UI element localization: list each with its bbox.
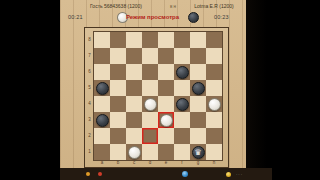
square-h1[interactable] <box>206 144 222 160</box>
review-mode-banner: Режим просмотра <box>124 14 181 20</box>
square-a7[interactable] <box>94 48 110 64</box>
king-crown-icon: ♛ <box>194 147 201 158</box>
checkers-app: Гость 56843638 (1200) в н Lotma E.R (120… <box>60 0 272 180</box>
square-h8[interactable] <box>206 32 222 48</box>
square-c3[interactable] <box>126 112 142 128</box>
player-white-name-text: Гость 56843638 <box>90 3 126 9</box>
square-c5[interactable] <box>126 80 142 96</box>
black-king-g1[interactable]: ♛ <box>192 146 205 159</box>
square-d1[interactable] <box>142 144 158 160</box>
square-f1[interactable] <box>174 144 190 160</box>
square-a8[interactable] <box>94 32 110 48</box>
white-man-d4[interactable] <box>144 98 157 111</box>
square-f7[interactable] <box>174 48 190 64</box>
square-b5[interactable] <box>110 80 126 96</box>
square-b2[interactable] <box>110 128 126 144</box>
player-white-rating: (1200) <box>128 3 142 9</box>
square-h7[interactable] <box>206 48 222 64</box>
square-d2[interactable] <box>142 128 158 144</box>
square-d3[interactable] <box>142 112 158 128</box>
square-b8[interactable] <box>110 32 126 48</box>
info-blue-circle-icon[interactable] <box>182 171 188 177</box>
square-e6[interactable] <box>158 64 174 80</box>
square-f3[interactable] <box>174 112 190 128</box>
file-label-h: h <box>206 159 222 167</box>
black-man-f4[interactable] <box>176 98 189 111</box>
square-g6[interactable] <box>190 64 206 80</box>
square-a4[interactable] <box>94 96 110 112</box>
square-a5[interactable] <box>94 80 110 96</box>
square-a1[interactable] <box>94 144 110 160</box>
square-h3[interactable] <box>206 112 222 128</box>
square-c6[interactable] <box>126 64 142 80</box>
square-e1[interactable] <box>158 144 174 160</box>
square-d8[interactable] <box>142 32 158 48</box>
square-g2[interactable] <box>190 128 206 144</box>
white-man-c1[interactable] <box>128 146 141 159</box>
square-f6[interactable] <box>174 64 190 80</box>
black-man-g5[interactable] <box>192 82 205 95</box>
player-black-rating: (1200) <box>219 3 233 9</box>
square-g3[interactable] <box>190 112 206 128</box>
square-c1[interactable] <box>126 144 142 160</box>
square-h2[interactable] <box>206 128 222 144</box>
square-b4[interactable] <box>110 96 126 112</box>
square-g8[interactable] <box>190 32 206 48</box>
square-h6[interactable] <box>206 64 222 80</box>
coin-yellow-icon[interactable] <box>226 172 231 177</box>
square-b7[interactable] <box>110 48 126 64</box>
board-frame: 87654321 ♛ abcdefgh <box>84 27 229 168</box>
player-white-name: Гость 56843638 (1200) <box>66 3 166 9</box>
square-g7[interactable] <box>190 48 206 64</box>
toolbar-more-dots: ··· <box>236 172 243 177</box>
file-label-e: e <box>158 159 174 167</box>
black-clock: 00:23 <box>214 14 229 20</box>
square-b6[interactable] <box>110 64 126 80</box>
square-d6[interactable] <box>142 64 158 80</box>
square-g1[interactable]: ♛ <box>190 144 206 160</box>
square-h4[interactable] <box>206 96 222 112</box>
square-c2[interactable] <box>126 128 142 144</box>
square-d4[interactable] <box>142 96 158 112</box>
square-c8[interactable] <box>126 32 142 48</box>
file-labels: abcdefgh <box>94 159 222 167</box>
player-black-name-text: Lotma E.R <box>194 3 218 9</box>
right-edge-shadow <box>246 0 272 170</box>
square-h5[interactable] <box>206 80 222 96</box>
chat-orange-dot-icon[interactable] <box>86 172 90 176</box>
square-a3[interactable] <box>94 112 110 128</box>
square-c7[interactable] <box>126 48 142 64</box>
file-label-g: g <box>190 159 206 167</box>
square-c4[interactable] <box>126 96 142 112</box>
file-label-f: f <box>174 159 190 167</box>
file-label-b: b <box>110 159 126 167</box>
square-g4[interactable] <box>190 96 206 112</box>
board-grid: ♛ <box>93 31 223 161</box>
square-f8[interactable] <box>174 32 190 48</box>
file-label-d: d <box>142 159 158 167</box>
square-e4[interactable] <box>158 96 174 112</box>
alert-red-dot-icon[interactable] <box>98 172 102 176</box>
square-a2[interactable] <box>94 128 110 144</box>
white-man-h4[interactable] <box>208 98 221 111</box>
square-f5[interactable] <box>174 80 190 96</box>
white-clock: 00:21 <box>68 14 83 20</box>
file-label-c: c <box>126 159 142 167</box>
bottom-toolbar: ··· <box>60 168 272 180</box>
black-side-disc-icon <box>188 12 199 23</box>
square-b1[interactable] <box>110 144 126 160</box>
square-f2[interactable] <box>174 128 190 144</box>
square-d7[interactable] <box>142 48 158 64</box>
black-man-f6[interactable] <box>176 66 189 79</box>
square-e7[interactable] <box>158 48 174 64</box>
square-b3[interactable] <box>110 112 126 128</box>
square-a6[interactable] <box>94 64 110 80</box>
square-f4[interactable] <box>174 96 190 112</box>
square-e8[interactable] <box>158 32 174 48</box>
black-man-a5[interactable] <box>96 82 109 95</box>
square-e2[interactable] <box>158 128 174 144</box>
square-e5[interactable] <box>158 80 174 96</box>
file-label-a: a <box>94 159 110 167</box>
square-g5[interactable] <box>190 80 206 96</box>
white-man-e3[interactable] <box>160 114 173 127</box>
header-center-label: в н <box>166 4 180 9</box>
square-e3[interactable] <box>158 112 174 128</box>
square-d5[interactable] <box>142 80 158 96</box>
black-man-a3[interactable] <box>96 114 109 127</box>
player-black-name: Lotma E.R (1200) <box>182 3 246 9</box>
